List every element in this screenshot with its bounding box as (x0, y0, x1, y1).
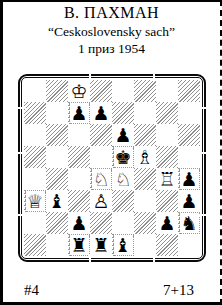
square-d4[interactable]: ♘ (90, 168, 112, 190)
square-e7[interactable] (112, 102, 134, 124)
square-b8[interactable] (46, 80, 68, 102)
square-a7[interactable] (24, 102, 46, 124)
square-f4[interactable] (134, 168, 156, 190)
square-h4[interactable]: ♟ (178, 168, 200, 190)
frame-gap (16, 152, 26, 154)
square-g6[interactable] (156, 124, 178, 146)
square-h1[interactable] (178, 234, 200, 256)
square-d8[interactable] (90, 80, 112, 102)
square-a4[interactable] (24, 168, 46, 190)
frame-gap (198, 152, 208, 154)
frame-gap (89, 72, 91, 82)
piece-black-knight: ♞ (180, 213, 199, 233)
piece-black-rook: ♜ (92, 235, 111, 255)
square-e3[interactable] (112, 190, 134, 212)
piece-black-pawn: ♟ (158, 213, 177, 233)
square-g1[interactable] (156, 234, 178, 256)
square-e4[interactable]: ♘ (112, 168, 134, 190)
square-b4[interactable] (46, 168, 68, 190)
frame-gap (89, 254, 91, 264)
square-f7[interactable] (134, 102, 156, 124)
piece-black-pawn: ♟ (70, 213, 89, 233)
square-c7[interactable]: ♟ (68, 102, 90, 124)
frame-gap (153, 72, 155, 82)
square-c4[interactable] (68, 168, 90, 190)
square-c1[interactable]: ♜ (68, 234, 90, 256)
square-h2[interactable]: ♞ (178, 212, 200, 234)
source-publication: “Ceskoslovensky sach” (3, 24, 220, 39)
piece-white-knight: ♘ (92, 169, 111, 189)
piece-white-king: ♔ (70, 81, 89, 101)
frame-gap (16, 107, 26, 109)
piece-white-pawn: ♙ (92, 191, 111, 211)
piece-black-pawn: ♟ (180, 169, 199, 189)
square-f2[interactable] (134, 212, 156, 234)
square-f1[interactable] (134, 234, 156, 256)
square-b1[interactable] (46, 234, 68, 256)
square-c3[interactable] (68, 190, 90, 212)
square-b7[interactable] (46, 102, 68, 124)
square-d2[interactable] (90, 212, 112, 234)
board-frame: ♔♟♟♟♚♗♘♘♖♟♕♝♙♟♟♟♞♜♜♝ (18, 74, 206, 262)
square-a6[interactable] (24, 124, 46, 146)
square-f8[interactable] (134, 80, 156, 102)
piece-white-bishop: ♗ (136, 147, 155, 167)
square-a8[interactable] (24, 80, 46, 102)
piece-black-pawn: ♟ (114, 125, 133, 145)
board-inner-frame: ♔♟♟♟♚♗♘♘♖♟♕♝♙♟♟♟♞♜♜♝ (21, 77, 203, 259)
piece-black-rook: ♜ (70, 235, 89, 255)
square-g8[interactable] (156, 80, 178, 102)
square-e6[interactable]: ♟ (112, 124, 134, 146)
square-b3[interactable]: ♝ (46, 190, 68, 212)
square-g3[interactable] (156, 190, 178, 212)
square-a2[interactable] (24, 212, 46, 234)
frame-gap (153, 254, 155, 264)
square-b2[interactable] (46, 212, 68, 234)
piece-black-pawn: ♟ (180, 191, 199, 211)
square-b5[interactable] (46, 146, 68, 168)
square-g2[interactable]: ♟ (156, 212, 178, 234)
square-d7[interactable]: ♟ (90, 102, 112, 124)
square-e2[interactable] (112, 212, 134, 234)
square-e8[interactable] (112, 80, 134, 102)
square-d1[interactable]: ♜ (90, 234, 112, 256)
square-c6[interactable] (68, 124, 90, 146)
piece-white-queen: ♕ (26, 191, 45, 211)
footer: #4 7+13 (3, 282, 220, 299)
square-c2[interactable]: ♟ (68, 212, 90, 234)
square-h7[interactable] (178, 102, 200, 124)
piece-white-rook: ♖ (158, 169, 177, 189)
piece-black-king: ♚ (114, 147, 133, 167)
piece-black-bishop: ♝ (114, 235, 133, 255)
square-e1[interactable]: ♝ (112, 234, 134, 256)
square-c5[interactable] (68, 146, 90, 168)
square-f6[interactable] (134, 124, 156, 146)
square-a1[interactable] (24, 234, 46, 256)
square-h5[interactable] (178, 146, 200, 168)
material-count-label: 7+13 (163, 282, 194, 299)
piece-black-pawn: ♟ (70, 103, 89, 123)
frame-gap (16, 214, 26, 216)
square-h3[interactable]: ♟ (178, 190, 200, 212)
square-f3[interactable] (134, 190, 156, 212)
piece-black-bishop: ♝ (48, 191, 67, 211)
problem-card: В. ПАХМАН “Ceskoslovensky sach” 1 приз 1… (0, 0, 222, 305)
header: В. ПАХМАН “Ceskoslovensky sach” 1 приз 1… (3, 4, 220, 56)
square-d3[interactable]: ♙ (90, 190, 112, 212)
square-g4[interactable]: ♖ (156, 168, 178, 190)
square-b6[interactable] (46, 124, 68, 146)
square-d6[interactable] (90, 124, 112, 146)
frame-gap (198, 107, 208, 109)
square-h6[interactable] (178, 124, 200, 146)
composer-name: В. ПАХМАН (3, 4, 220, 22)
chess-board: ♔♟♟♟♚♗♘♘♖♟♕♝♙♟♟♟♞♜♜♝ (24, 80, 200, 256)
award-year: 1 приз 1954 (3, 41, 220, 56)
square-h8[interactable] (178, 80, 200, 102)
stipulation-label: #4 (24, 282, 39, 299)
square-g5[interactable] (156, 146, 178, 168)
square-a3[interactable]: ♕ (24, 190, 46, 212)
frame-gap (198, 214, 208, 216)
square-f5[interactable]: ♗ (134, 146, 156, 168)
square-c8[interactable]: ♔ (68, 80, 90, 102)
square-g7[interactable] (156, 102, 178, 124)
piece-white-knight: ♘ (114, 169, 133, 189)
square-e5[interactable]: ♚ (112, 146, 134, 168)
square-d5[interactable] (90, 146, 112, 168)
piece-black-pawn: ♟ (92, 103, 111, 123)
square-a5[interactable] (24, 146, 46, 168)
